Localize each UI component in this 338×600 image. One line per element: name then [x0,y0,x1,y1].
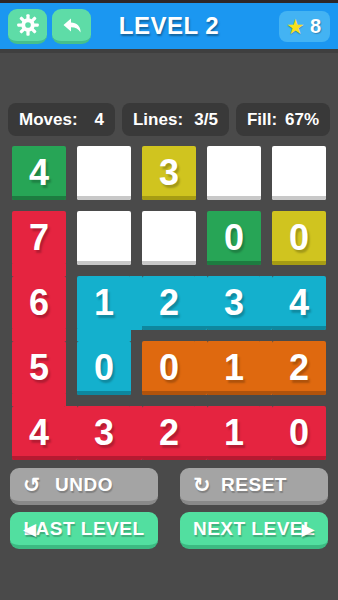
cell-r5c2-red-3[interactable]: 3 [77,406,131,460]
fill-pill: Fill: 67% [236,103,330,136]
lines-value: 3/5 [194,110,218,130]
cell-number: 1 [207,341,261,395]
cell-r5c4-red-1[interactable]: 1 [207,406,261,460]
star-count: 8 [310,15,321,38]
left-triangle-icon: ◀ [23,518,37,539]
cell-r2c4-green-0[interactable]: 0 [207,211,261,265]
stats-bar: Moves: 4 Lines: 3/5 Fill: 67% [0,103,338,136]
cell-number: 4 [12,146,66,200]
header-bar: LEVEL 2 ★ 8 [0,3,338,49]
line-connector-right [195,341,207,395]
cell-r4c4-orange-1[interactable]: 1 [207,341,261,395]
cell-number: 0 [142,341,196,395]
back-arrow-icon [60,13,84,37]
next-level-button[interactable]: ▶ NEXT LEVEL [180,512,328,549]
cell-r3c3-cyan-2[interactable]: 2 [142,276,196,330]
moves-pill: Moves: 4 [8,103,115,136]
line-connector-right [130,406,142,460]
cell-r1c1-green-4[interactable]: 4 [12,146,66,200]
cell-r3c1-red-6[interactable]: 6 [12,276,66,330]
cell-r4c1-red-5[interactable]: 5 [12,341,66,395]
cell-number: 7 [12,211,66,265]
cell-number: 0 [207,211,261,265]
cell-number [272,146,326,200]
cell-number: 3 [207,276,261,330]
cell-r3c2-cyan-1[interactable]: 1 [77,276,131,330]
cell-r1c2-empty[interactable] [77,146,131,200]
star-icon: ★ [286,16,305,37]
cell-number: 0 [272,406,326,460]
line-connector-right [195,406,207,460]
cell-r2c3-empty[interactable] [142,211,196,265]
star-counter: ★ 8 [279,11,330,42]
fill-label: Fill: [247,110,277,130]
puzzle-grid: 43700612345001243210 [0,146,338,460]
cell-number: 1 [77,276,131,330]
reset-icon: ↻ [193,473,211,497]
cell-number: 4 [272,276,326,330]
cell-number: 1 [207,406,261,460]
line-connector-down [12,264,66,276]
cell-number: 3 [142,146,196,200]
moves-label: Moves: [19,110,78,130]
line-connector-right [65,406,77,460]
cell-r4c5-orange-2[interactable]: 2 [272,341,326,395]
cell-number: 3 [77,406,131,460]
cell-r1c3-yellow-3[interactable]: 3 [142,146,196,200]
cell-number [207,146,261,200]
back-button[interactable] [52,9,91,44]
fill-value: 67% [285,110,319,130]
cell-r5c3-red-2[interactable]: 2 [142,406,196,460]
cell-r2c2-empty[interactable] [77,211,131,265]
settings-button[interactable] [8,9,47,44]
gear-icon [15,12,41,38]
cell-r5c1-red-4[interactable]: 4 [12,406,66,460]
next-level-label: NEXT LEVEL [193,518,315,540]
line-connector-right [260,406,272,460]
cell-number: 2 [272,341,326,395]
cell-number [77,211,131,265]
cell-r5c5-red-0[interactable]: 0 [272,406,326,460]
line-connector-right [260,341,272,395]
cell-r4c2-cyan-0[interactable]: 0 [77,341,131,395]
cell-r2c5-yellow-0[interactable]: 0 [272,211,326,265]
reset-label: RESET [221,474,287,496]
page-title: LEVEL 2 [119,12,219,40]
line-connector-down [12,394,66,406]
cell-r3c5-cyan-4[interactable]: 4 [272,276,326,330]
cell-number [142,211,196,265]
cell-r3c4-cyan-3[interactable]: 3 [207,276,261,330]
cell-r1c4-empty[interactable] [207,146,261,200]
cell-number: 2 [142,406,196,460]
cell-number: 4 [12,406,66,460]
line-connector-down [12,329,66,341]
line-connector-right [260,276,272,330]
line-connector-right [130,276,142,330]
cell-r1c5-empty[interactable] [272,146,326,200]
undo-icon: ↺ [23,473,41,497]
lines-label: Lines: [133,110,183,130]
last-level-button[interactable]: ◀ LAST LEVEL [10,512,158,549]
cell-number: 0 [272,211,326,265]
lines-pill: Lines: 3/5 [122,103,229,136]
cell-r2c1-red-7[interactable]: 7 [12,211,66,265]
moves-value: 4 [95,110,104,130]
cell-number: 2 [142,276,196,330]
cell-number: 0 [77,341,131,395]
right-triangle-icon: ▶ [301,518,315,539]
line-connector-right [195,276,207,330]
undo-button[interactable]: ↺ UNDO [10,468,158,505]
last-level-label: LAST LEVEL [23,518,144,540]
cell-number [77,146,131,200]
line-connector-down [77,329,131,341]
undo-label: UNDO [55,474,113,496]
action-buttons: ↺ UNDO ↻ RESET ◀ LAST LEVEL ▶ NEXT LEVEL [0,468,338,549]
reset-button[interactable]: ↻ RESET [180,468,328,505]
cell-number: 6 [12,276,66,330]
cell-number: 5 [12,341,66,395]
cell-r4c3-orange-0[interactable]: 0 [142,341,196,395]
